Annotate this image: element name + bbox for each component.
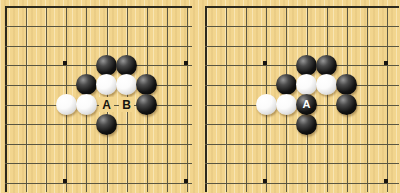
black-stone	[336, 94, 357, 115]
white-stone	[316, 74, 337, 95]
go-board-right: A	[0, 0, 400, 193]
grid-line-horizontal	[205, 183, 399, 184]
grid-line-horizontal	[205, 6, 399, 8]
go-diagram-canvas: AB A	[0, 0, 400, 193]
grid-line-horizontal	[205, 46, 399, 47]
star-point	[263, 179, 267, 183]
black-stone	[276, 74, 297, 95]
grid-line-horizontal	[205, 144, 399, 145]
black-stone	[296, 55, 317, 76]
white-stone	[276, 94, 297, 115]
white-stone	[256, 94, 277, 115]
black-stone-label-A: A	[296, 94, 317, 115]
star-point	[263, 61, 267, 65]
star-point	[384, 179, 388, 183]
white-stone	[296, 74, 317, 95]
black-stone	[296, 114, 317, 135]
black-stone	[336, 74, 357, 95]
grid-line-horizontal	[205, 26, 399, 27]
star-point	[384, 61, 388, 65]
grid-line-horizontal	[205, 163, 399, 164]
black-stone	[316, 55, 337, 76]
